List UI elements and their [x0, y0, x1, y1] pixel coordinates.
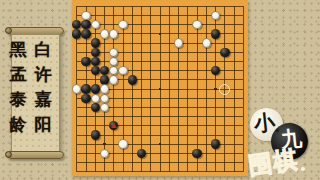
- white-stone: [109, 29, 118, 38]
- black-stone: [91, 38, 100, 47]
- white-stone: [100, 29, 109, 38]
- black-stone: [220, 48, 229, 57]
- white-stone: [109, 57, 118, 66]
- black-stone: [72, 20, 81, 29]
- white-stone: [100, 103, 109, 112]
- grid-line-vertical: [187, 6, 188, 171]
- scroll-bottom-roll: [7, 151, 64, 159]
- white-stone: [174, 38, 183, 47]
- white-stone: [91, 94, 100, 103]
- thumbnail-stage: 白许嘉阳 黑孟泰龄 小 九 围棋: [0, 0, 320, 180]
- scroll-character: 嘉: [35, 87, 52, 112]
- grid-line-horizontal: [77, 116, 244, 117]
- black-stone: [81, 84, 90, 93]
- white-stone: [100, 94, 109, 103]
- logo-weiqi-text: 围棋: [246, 142, 310, 180]
- grid-line-vertical: [243, 6, 244, 171]
- black-stone: [100, 66, 109, 75]
- black-stone: [81, 57, 90, 66]
- grid-line-vertical: [178, 6, 179, 171]
- logo-cream-dot: [301, 167, 305, 171]
- black-stone: [137, 149, 146, 158]
- scroll-character: 龄: [10, 112, 27, 137]
- white-stone: [192, 20, 201, 29]
- scroll-bottom-knob: [5, 151, 12, 158]
- go-board: [72, 0, 248, 176]
- white-stone: [118, 139, 127, 148]
- black-stone: [72, 29, 81, 38]
- black-stone: [81, 29, 90, 38]
- grid-line-vertical: [206, 6, 207, 171]
- grid-line-vertical: [197, 6, 198, 171]
- white-stone: [118, 20, 127, 29]
- white-stone: [211, 11, 220, 20]
- black-stone: [81, 20, 90, 29]
- scroll-top-knob: [5, 27, 12, 34]
- star-point: [159, 33, 162, 36]
- grid-line-horizontal: [77, 171, 244, 172]
- black-stone: [100, 75, 109, 84]
- grid-line-horizontal: [77, 162, 244, 163]
- grid-line-horizontal: [77, 135, 244, 136]
- scroll-character: 许: [35, 62, 52, 87]
- white-player-name-column: 白许嘉阳: [34, 37, 52, 137]
- star-point: [103, 143, 106, 146]
- scroll-character: 阳: [35, 112, 52, 137]
- black-stone: [91, 48, 100, 57]
- last-move-triangle-marker: [111, 123, 117, 128]
- white-stone: [109, 66, 118, 75]
- black-stone: [91, 66, 100, 75]
- grid-line-vertical: [169, 6, 170, 171]
- white-stone: [109, 48, 118, 57]
- black-stone: [211, 139, 220, 148]
- grid-line-vertical: [234, 6, 235, 171]
- white-stone: [109, 75, 118, 84]
- black-stone: [192, 149, 201, 158]
- white-stone: [202, 38, 211, 47]
- scroll-character: 黑: [10, 37, 27, 62]
- black-stone: [211, 29, 220, 38]
- black-stone: [81, 94, 90, 103]
- scroll-character: 白: [35, 37, 52, 62]
- white-stone: [100, 84, 109, 93]
- black-stone: [211, 66, 220, 75]
- black-stone: [91, 130, 100, 139]
- white-stone: [81, 11, 90, 20]
- white-stone: [72, 84, 81, 93]
- grid-line-horizontal: [77, 125, 244, 126]
- black-stone: [91, 103, 100, 112]
- black-player-name-column: 黑孟泰龄: [9, 37, 27, 137]
- black-stone: [128, 75, 137, 84]
- scroll-character: 孟: [10, 62, 27, 87]
- star-point: [159, 88, 162, 91]
- white-stone: [100, 149, 109, 158]
- black-stone: [91, 84, 100, 93]
- logo-ink-dot: [276, 129, 279, 132]
- star-point: [214, 88, 217, 91]
- highlight-ring-marker: [219, 84, 230, 95]
- logo-character-on-white: 小: [253, 112, 276, 135]
- black-stone: [91, 57, 100, 66]
- star-point: [159, 143, 162, 146]
- white-stone: [91, 20, 100, 29]
- white-stone: [118, 66, 127, 75]
- scroll-character: 泰: [10, 87, 27, 112]
